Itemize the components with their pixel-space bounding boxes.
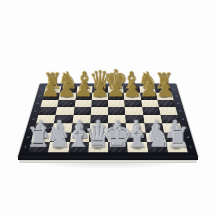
rank-label-right-5: 5: [176, 107, 186, 115]
square-a6[interactable]: [40, 100, 58, 107]
chess-board: 87654321 87654321 ♜♞♝♛♚♝♞♜♟♟♟♟♟♟♟♟♟♟♟♟♟♟…: [18, 83, 198, 157]
square-d5[interactable]: [91, 107, 108, 115]
square-e5[interactable]: [108, 107, 125, 115]
square-c6[interactable]: [74, 100, 91, 107]
rank-label-right-6: 6: [174, 100, 184, 107]
square-f5[interactable]: [125, 107, 143, 115]
square-g6[interactable]: [141, 100, 159, 107]
chess-set-photo: 87654321 87654321 ♜♞♝♛♚♝♞♜♟♟♟♟♟♟♟♟♟♟♟♟♟♟…: [0, 0, 216, 216]
square-a5[interactable]: [38, 107, 57, 115]
square-f6[interactable]: [124, 100, 141, 107]
square-e6[interactable]: [108, 100, 125, 107]
square-h5[interactable]: [159, 107, 178, 115]
board-grid: ♜♞♝♛♚♝♞♜♟♟♟♟♟♟♟♟♟♟♟♟♟♟♟♟♜♞♝♛♚♝♞♜: [28, 86, 187, 152]
board-shadow: [34, 163, 182, 169]
square-g5[interactable]: [142, 107, 160, 115]
scene-3d-wrapper: 87654321 87654321 ♜♞♝♛♚♝♞♜♟♟♟♟♟♟♟♟♟♟♟♟♟♟…: [0, 0, 216, 216]
square-d6[interactable]: [91, 100, 108, 107]
square-c5[interactable]: [73, 107, 91, 115]
square-h7[interactable]: ♟: [156, 93, 174, 100]
square-h6[interactable]: [157, 100, 175, 107]
square-b6[interactable]: [57, 100, 75, 107]
square-b5[interactable]: [56, 107, 74, 115]
